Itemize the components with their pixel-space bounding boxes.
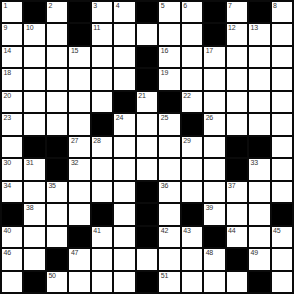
black-cell-r13c2 [24, 272, 44, 292]
cell-r8c4[interactable]: 32 [69, 159, 89, 179]
clue-number-34: 34 [4, 182, 11, 190]
cell-r4c2[interactable] [24, 69, 44, 89]
clue-number-33: 33 [251, 159, 258, 167]
cell-r3c4[interactable]: 15 [69, 47, 89, 67]
cell-r4c10[interactable] [204, 69, 224, 89]
cell-r7c5[interactable]: 28 [92, 137, 112, 157]
clue-number-6: 6 [183, 2, 187, 10]
cell-r1c3[interactable]: 2 [47, 2, 67, 22]
cell-r11c8[interactable]: 42 [159, 227, 179, 247]
cell-r8c6[interactable] [114, 159, 134, 179]
cell-r13c10[interactable] [204, 272, 224, 292]
cell-r4c12[interactable] [249, 69, 269, 89]
cell-r12c2[interactable] [24, 249, 44, 269]
clue-number-25: 25 [161, 114, 168, 122]
clue-number-7: 7 [228, 2, 232, 10]
cell-r4c11[interactable] [227, 69, 247, 89]
cell-r12c9[interactable] [182, 249, 202, 269]
black-cell-r7c11 [227, 137, 247, 157]
cell-r3c11[interactable] [227, 47, 247, 67]
cell-r3c2[interactable] [24, 47, 44, 67]
clue-number-23: 23 [4, 114, 11, 122]
black-cell-r2c4 [69, 24, 89, 44]
cell-r11c13[interactable]: 45 [272, 227, 292, 247]
clue-number-32: 32 [71, 159, 78, 167]
black-cell-r1c10 [204, 2, 224, 22]
clue-number-2: 2 [48, 2, 52, 10]
black-cell-r1c7 [137, 2, 157, 22]
cell-r13c5[interactable] [92, 272, 112, 292]
clue-number-51: 51 [161, 272, 168, 280]
black-cell-r10c9 [182, 204, 202, 224]
cell-r9c12[interactable] [249, 182, 269, 202]
clue-number-30: 30 [4, 159, 11, 167]
black-cell-r10c5 [92, 204, 112, 224]
clue-number-3: 3 [93, 2, 97, 10]
clue-number-46: 46 [4, 249, 11, 257]
cell-r6c3[interactable] [47, 114, 67, 134]
cell-r8c9[interactable] [182, 159, 202, 179]
cell-r4c1[interactable]: 18 [2, 69, 22, 89]
cell-r5c10[interactable] [204, 92, 224, 112]
cell-r1c5[interactable]: 3 [92, 2, 112, 22]
clue-number-45: 45 [273, 227, 280, 235]
black-cell-r12c11 [227, 249, 247, 269]
cell-r5c7[interactable]: 21 [137, 92, 157, 112]
cell-r2c5[interactable]: 11 [92, 24, 112, 44]
cell-r9c3[interactable]: 35 [47, 182, 67, 202]
black-cell-r7c2 [24, 137, 44, 157]
black-cell-r6c5 [92, 114, 112, 134]
cell-r6c8[interactable]: 25 [159, 114, 179, 134]
cell-r13c9[interactable] [182, 272, 202, 292]
black-cell-r5c8 [159, 92, 179, 112]
black-cell-r11c4 [69, 227, 89, 247]
clue-number-27: 27 [71, 137, 78, 145]
black-cell-r7c12 [249, 137, 269, 157]
cell-r9c11[interactable]: 37 [227, 182, 247, 202]
cell-r8c5[interactable] [92, 159, 112, 179]
cell-r4c4[interactable] [69, 69, 89, 89]
clue-number-9: 9 [4, 24, 8, 32]
cell-r3c9[interactable] [182, 47, 202, 67]
clue-number-21: 21 [138, 92, 145, 100]
cell-r13c13[interactable] [272, 272, 292, 292]
clue-number-24: 24 [116, 114, 123, 122]
black-cell-r9c7 [137, 182, 157, 202]
cell-r11c3[interactable] [47, 227, 67, 247]
black-cell-r8c11 [227, 159, 247, 179]
cell-r4c6[interactable] [114, 69, 134, 89]
black-cell-r13c12 [249, 272, 269, 292]
clue-number-50: 50 [48, 272, 55, 280]
cell-r1c13[interactable]: 8 [272, 2, 292, 22]
cell-r12c4[interactable]: 47 [69, 249, 89, 269]
clue-number-22: 22 [183, 92, 190, 100]
clue-number-37: 37 [228, 182, 235, 190]
clue-number-39: 39 [206, 204, 213, 212]
cell-r11c12[interactable] [249, 227, 269, 247]
cell-r8c1[interactable]: 30 [2, 159, 22, 179]
cell-r3c1[interactable]: 14 [2, 47, 22, 67]
clue-number-35: 35 [48, 182, 55, 190]
cell-r9c6[interactable] [114, 182, 134, 202]
black-cell-r7c3 [47, 137, 67, 157]
cell-r5c11[interactable] [227, 92, 247, 112]
clue-number-31: 31 [26, 159, 33, 167]
clue-number-18: 18 [4, 69, 11, 77]
black-cell-r1c2 [24, 2, 44, 22]
clue-number-49: 49 [251, 249, 258, 257]
cell-r5c4[interactable] [69, 92, 89, 112]
cell-r2c12[interactable]: 13 [249, 24, 269, 44]
black-cell-r6c9 [182, 114, 202, 134]
cell-r4c8[interactable]: 19 [159, 69, 179, 89]
cell-r4c3[interactable] [47, 69, 67, 89]
cell-r7c10[interactable] [204, 137, 224, 157]
black-cell-r12c3 [47, 249, 67, 269]
black-cell-r3c7 [137, 47, 157, 67]
cell-r11c1[interactable]: 40 [2, 227, 22, 247]
cell-r1c9[interactable]: 6 [182, 2, 202, 22]
cell-r6c6[interactable]: 24 [114, 114, 134, 134]
cell-r6c1[interactable]: 23 [2, 114, 22, 134]
clue-number-1: 1 [4, 2, 8, 10]
cell-r10c8[interactable] [159, 204, 179, 224]
cell-r13c3[interactable]: 50 [47, 272, 67, 292]
clue-number-19: 19 [161, 69, 168, 77]
cell-r11c5[interactable]: 41 [92, 227, 112, 247]
cell-r12c7[interactable] [137, 249, 157, 269]
cell-r10c4[interactable] [69, 204, 89, 224]
cell-r3c6[interactable] [114, 47, 134, 67]
clue-number-42: 42 [161, 227, 168, 235]
black-cell-r10c13 [272, 204, 292, 224]
black-cell-r8c3 [47, 159, 67, 179]
cell-r4c9[interactable] [182, 69, 202, 89]
cell-r7c13[interactable] [272, 137, 292, 157]
cell-r10c11[interactable] [227, 204, 247, 224]
cell-r10c3[interactable] [47, 204, 67, 224]
cell-r5c1[interactable]: 20 [2, 92, 22, 112]
cell-r11c6[interactable] [114, 227, 134, 247]
cell-r12c5[interactable] [92, 249, 112, 269]
cell-r13c6[interactable] [114, 272, 134, 292]
cell-r7c9[interactable]: 29 [182, 137, 202, 157]
cell-r3c10[interactable]: 17 [204, 47, 224, 67]
clue-number-12: 12 [228, 24, 235, 32]
cell-r7c4[interactable]: 27 [69, 137, 89, 157]
cell-r7c7[interactable] [137, 137, 157, 157]
cell-r8c2[interactable]: 31 [24, 159, 44, 179]
cell-r10c2[interactable]: 38 [24, 204, 44, 224]
clue-number-36: 36 [161, 182, 168, 190]
cell-r3c13[interactable] [272, 47, 292, 67]
cell-r5c2[interactable] [24, 92, 44, 112]
cell-r9c8[interactable]: 36 [159, 182, 179, 202]
clue-number-40: 40 [4, 227, 11, 235]
cell-r10c6[interactable] [114, 204, 134, 224]
cell-r6c7[interactable] [137, 114, 157, 134]
cell-r6c13[interactable] [272, 114, 292, 134]
cell-r4c5[interactable] [92, 69, 112, 89]
clue-number-17: 17 [206, 47, 213, 55]
cell-r2c1[interactable]: 9 [2, 24, 22, 44]
cell-r5c9[interactable]: 22 [182, 92, 202, 112]
clue-number-47: 47 [71, 249, 78, 257]
clue-number-8: 8 [273, 2, 277, 10]
cell-r1c6[interactable]: 4 [114, 2, 134, 22]
black-cell-r1c12 [249, 2, 269, 22]
clue-number-38: 38 [26, 204, 33, 212]
cell-r12c13[interactable] [272, 249, 292, 269]
clue-number-20: 20 [4, 92, 11, 100]
cell-r12c10[interactable]: 48 [204, 249, 224, 269]
clue-number-44: 44 [228, 227, 235, 235]
cell-r8c8[interactable] [159, 159, 179, 179]
cell-r13c1[interactable] [2, 272, 22, 292]
cell-r13c11[interactable] [227, 272, 247, 292]
cell-r3c8[interactable]: 16 [159, 47, 179, 67]
black-cell-r4c7 [137, 69, 157, 89]
clue-number-43: 43 [183, 227, 190, 235]
cell-r11c2[interactable] [24, 227, 44, 247]
crossword-board: 1234567891011121314151617181920212223242… [0, 0, 294, 294]
clue-number-11: 11 [93, 24, 100, 32]
cell-r2c13[interactable] [272, 24, 292, 44]
cell-r2c7[interactable] [137, 24, 157, 44]
cell-r2c9[interactable] [182, 24, 202, 44]
cell-r6c12[interactable] [249, 114, 269, 134]
cell-r1c8[interactable]: 5 [159, 2, 179, 22]
clue-number-14: 14 [4, 47, 11, 55]
cell-r2c6[interactable] [114, 24, 134, 44]
cell-r7c1[interactable] [2, 137, 22, 157]
clue-number-10: 10 [26, 24, 33, 32]
cell-r6c2[interactable] [24, 114, 44, 134]
cell-r8c10[interactable] [204, 159, 224, 179]
cell-r4c13[interactable] [272, 69, 292, 89]
black-cell-r10c1 [2, 204, 22, 224]
cell-r2c2[interactable]: 10 [24, 24, 44, 44]
cell-r1c1[interactable]: 1 [2, 2, 22, 22]
cell-r6c10[interactable]: 26 [204, 114, 224, 134]
cell-r2c8[interactable] [159, 24, 179, 44]
cell-r11c11[interactable]: 44 [227, 227, 247, 247]
clue-number-29: 29 [183, 137, 190, 145]
clue-number-41: 41 [93, 227, 100, 235]
cell-r13c4[interactable] [69, 272, 89, 292]
clue-number-26: 26 [206, 114, 213, 122]
black-cell-r11c7 [137, 227, 157, 247]
cell-r9c13[interactable] [272, 182, 292, 202]
cell-r5c13[interactable] [272, 92, 292, 112]
cell-r3c5[interactable] [92, 47, 112, 67]
clue-number-13: 13 [251, 24, 258, 32]
cell-r9c2[interactable] [24, 182, 44, 202]
cell-r10c12[interactable] [249, 204, 269, 224]
cell-r12c12[interactable]: 49 [249, 249, 269, 269]
cell-r13c8[interactable]: 51 [159, 272, 179, 292]
cell-r9c10[interactable] [204, 182, 224, 202]
cell-r3c3[interactable] [47, 47, 67, 67]
cell-r7c6[interactable] [114, 137, 134, 157]
clue-number-28: 28 [93, 137, 100, 145]
clue-number-15: 15 [71, 47, 78, 55]
cell-r9c4[interactable] [69, 182, 89, 202]
clue-number-16: 16 [161, 47, 168, 55]
cell-r8c13[interactable] [272, 159, 292, 179]
cell-r5c5[interactable] [92, 92, 112, 112]
black-cell-r1c4 [69, 2, 89, 22]
cell-r2c3[interactable] [47, 24, 67, 44]
black-cell-r10c7 [137, 204, 157, 224]
cell-r8c7[interactable] [137, 159, 157, 179]
clue-number-5: 5 [161, 2, 165, 10]
black-cell-r2c10 [204, 24, 224, 44]
cell-r2c11[interactable]: 12 [227, 24, 247, 44]
black-cell-r13c7 [137, 272, 157, 292]
black-cell-r11c10 [204, 227, 224, 247]
cell-r10c10[interactable]: 39 [204, 204, 224, 224]
cell-r8c12[interactable]: 33 [249, 159, 269, 179]
cell-r9c5[interactable] [92, 182, 112, 202]
cell-r12c1[interactable]: 46 [2, 249, 22, 269]
cell-r9c9[interactable] [182, 182, 202, 202]
cell-r12c6[interactable] [114, 249, 134, 269]
cell-r6c11[interactable] [227, 114, 247, 134]
cell-r12c8[interactable] [159, 249, 179, 269]
cell-r6c4[interactable] [69, 114, 89, 134]
cell-r11c9[interactable]: 43 [182, 227, 202, 247]
cell-r1c11[interactable]: 7 [227, 2, 247, 22]
cell-r9c1[interactable]: 34 [2, 182, 22, 202]
cell-r3c12[interactable] [249, 47, 269, 67]
cell-r7c8[interactable] [159, 137, 179, 157]
cell-r5c12[interactable] [249, 92, 269, 112]
clue-number-4: 4 [116, 2, 120, 10]
black-cell-r5c6 [114, 92, 134, 112]
cell-r5c3[interactable] [47, 92, 67, 112]
clue-number-48: 48 [206, 249, 213, 257]
